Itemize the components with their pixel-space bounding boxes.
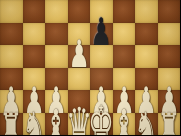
chess-game-window: ♟♟♟♟♟♟♟♟♟♜♞♝♛♚♝♞♜ [0, 0, 180, 135]
square-c1[interactable]: ♝ [45, 113, 68, 136]
square-e1[interactable]: ♚ [90, 113, 113, 136]
chess-board: ♟♟♟♟♟♟♟♟♟♜♞♝♛♚♝♞♜ [0, 0, 180, 135]
square-f6[interactable] [113, 0, 136, 23]
square-a4[interactable] [0, 45, 23, 68]
square-a6[interactable] [0, 0, 23, 23]
square-c5[interactable] [45, 23, 68, 46]
white-king-e1[interactable]: ♚ [88, 99, 114, 135]
square-d1[interactable]: ♛ [68, 113, 91, 136]
square-b4[interactable] [23, 45, 46, 68]
square-h4[interactable] [158, 45, 181, 68]
square-h1[interactable]: ♜ [158, 113, 181, 136]
square-e5[interactable]: ♟ [90, 23, 113, 46]
square-g1[interactable]: ♞ [135, 113, 158, 136]
square-d6[interactable] [68, 0, 91, 23]
white-bishop-f1[interactable]: ♝ [112, 104, 136, 135]
square-b5[interactable] [23, 23, 46, 46]
square-g5[interactable] [135, 23, 158, 46]
square-a1[interactable]: ♜ [0, 113, 23, 136]
square-d3[interactable] [68, 68, 91, 91]
white-knight-b1[interactable]: ♞ [22, 106, 46, 135]
square-f1[interactable]: ♝ [113, 113, 136, 136]
square-c6[interactable] [45, 0, 68, 23]
square-e4[interactable] [90, 45, 113, 68]
white-rook-h1[interactable]: ♜ [157, 108, 180, 135]
white-knight-g1[interactable]: ♞ [134, 106, 158, 135]
white-rook-a1[interactable]: ♜ [0, 108, 23, 135]
square-d4[interactable]: ♟ [68, 45, 91, 68]
square-a5[interactable] [0, 23, 23, 46]
square-f5[interactable] [113, 23, 136, 46]
white-bishop-c1[interactable]: ♝ [44, 104, 68, 135]
square-b1[interactable]: ♞ [23, 113, 46, 136]
square-c4[interactable] [45, 45, 68, 68]
square-b6[interactable] [23, 0, 46, 23]
square-f4[interactable] [113, 45, 136, 68]
square-g4[interactable] [135, 45, 158, 68]
square-g6[interactable] [135, 0, 158, 23]
square-h6[interactable] [158, 0, 181, 23]
square-h5[interactable] [158, 23, 181, 46]
